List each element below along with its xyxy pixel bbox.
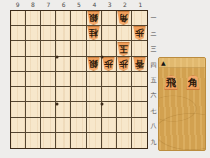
- board-cell[interactable]: [71, 118, 86, 133]
- board-cell[interactable]: [102, 87, 117, 102]
- board-cell[interactable]: [102, 118, 117, 133]
- board-cell[interactable]: [26, 102, 41, 117]
- shogi-piece-gote[interactable]: 角: [117, 11, 130, 25]
- board-cell[interactable]: [132, 102, 147, 117]
- board-cell[interactable]: [26, 87, 41, 102]
- board-cell[interactable]: 桂: [87, 26, 102, 41]
- board-cell[interactable]: [56, 133, 71, 148]
- board-cell[interactable]: [71, 87, 86, 102]
- board-cell[interactable]: [102, 133, 117, 148]
- hand-piece[interactable]: 角: [186, 75, 200, 90]
- board-cell[interactable]: [41, 72, 56, 87]
- file-label: 9: [10, 1, 25, 9]
- board-cell[interactable]: 銀: [87, 57, 102, 72]
- board-cell[interactable]: [56, 57, 71, 72]
- board-cell[interactable]: [87, 102, 102, 117]
- board-grid: 銀角桂歩玉銀歩歩香: [11, 11, 147, 148]
- board-cell[interactable]: [132, 87, 147, 102]
- board-cell[interactable]: [11, 72, 26, 87]
- star-point: [101, 102, 104, 105]
- board-cell[interactable]: [41, 11, 56, 26]
- file-labels: 987654321: [10, 1, 148, 9]
- board-cell[interactable]: [56, 41, 71, 56]
- sente-marker: ▲: [161, 58, 166, 67]
- board-cell[interactable]: [71, 72, 86, 87]
- board-cell[interactable]: [56, 26, 71, 41]
- komadai-top-edge: ▲: [159, 58, 205, 68]
- star-point: [56, 102, 59, 105]
- rank-label: 八: [149, 119, 158, 134]
- board-cell[interactable]: [26, 72, 41, 87]
- komadai-sente: ▲ 飛角: [158, 57, 206, 151]
- shogi-board: 銀角桂歩玉銀歩歩香: [10, 10, 148, 149]
- board-cell[interactable]: [102, 26, 117, 41]
- rank-label: 七: [149, 104, 158, 119]
- board-cell[interactable]: 歩: [117, 57, 132, 72]
- star-point: [101, 56, 104, 59]
- board-cell[interactable]: [56, 72, 71, 87]
- board-cell[interactable]: [11, 41, 26, 56]
- board-cell[interactable]: [41, 41, 56, 56]
- board-cell[interactable]: [117, 26, 132, 41]
- board-cell[interactable]: [26, 26, 41, 41]
- rank-labels: 一二三四五六七八九: [149, 11, 158, 150]
- board-cell[interactable]: [87, 118, 102, 133]
- hand-piece[interactable]: 飛: [164, 75, 178, 90]
- board-cell[interactable]: [117, 102, 132, 117]
- board-cell[interactable]: [87, 87, 102, 102]
- board-cell[interactable]: 玉: [117, 41, 132, 56]
- shogi-piece-gote[interactable]: 歩: [117, 57, 130, 71]
- rank-label: 二: [149, 26, 158, 41]
- board-cell[interactable]: [71, 11, 86, 26]
- board-cell[interactable]: [132, 133, 147, 148]
- board-cell[interactable]: [41, 87, 56, 102]
- board-cell[interactable]: [11, 57, 26, 72]
- shogi-piece-gote[interactable]: 玉: [117, 42, 130, 56]
- shogi-piece-gote[interactable]: 歩: [133, 26, 146, 40]
- board-cell[interactable]: [132, 72, 147, 87]
- board-cell[interactable]: [117, 133, 132, 148]
- board-cell[interactable]: [87, 41, 102, 56]
- file-label: 7: [41, 1, 56, 9]
- sente-hand: 飛角: [159, 75, 205, 90]
- board-cell[interactable]: [71, 102, 86, 117]
- board-cell[interactable]: [71, 133, 86, 148]
- shogi-piece-gote[interactable]: 香: [133, 57, 146, 71]
- file-label: 6: [56, 1, 71, 9]
- rank-label: 一: [149, 11, 158, 26]
- board-cell[interactable]: [117, 87, 132, 102]
- board-cell[interactable]: [11, 118, 26, 133]
- rank-label: 四: [149, 57, 158, 72]
- board-cell[interactable]: [71, 57, 86, 72]
- board-cell[interactable]: [87, 72, 102, 87]
- board-cell[interactable]: [11, 87, 26, 102]
- board-cell[interactable]: [102, 11, 117, 26]
- board-cell[interactable]: [11, 133, 26, 148]
- board-cell[interactable]: [132, 41, 147, 56]
- board-cell[interactable]: [26, 118, 41, 133]
- shogi-piece-gote[interactable]: 銀: [87, 57, 100, 71]
- board-cell[interactable]: [26, 41, 41, 56]
- rank-label: 六: [149, 88, 158, 103]
- rank-label: 九: [149, 135, 158, 150]
- file-label: 3: [102, 1, 117, 9]
- board-cell[interactable]: [11, 11, 26, 26]
- board-cell[interactable]: [41, 118, 56, 133]
- board-cell[interactable]: [132, 118, 147, 133]
- board-cell[interactable]: [11, 102, 26, 117]
- file-label: 2: [117, 1, 132, 9]
- board-cell[interactable]: [71, 26, 86, 41]
- board-cell[interactable]: [26, 11, 41, 26]
- board-cell[interactable]: [102, 72, 117, 87]
- board-cell[interactable]: [26, 57, 41, 72]
- file-label: 8: [25, 1, 40, 9]
- file-label: 5: [71, 1, 86, 9]
- board-cell[interactable]: [71, 41, 86, 56]
- rank-label: 五: [149, 73, 158, 88]
- board-cell[interactable]: [56, 102, 71, 117]
- board-cell[interactable]: 角: [117, 11, 132, 26]
- rank-label: 三: [149, 42, 158, 57]
- board-cell[interactable]: [26, 133, 41, 148]
- board-cell[interactable]: 香: [132, 57, 147, 72]
- board-cell[interactable]: [117, 72, 132, 87]
- board-cell[interactable]: [41, 102, 56, 117]
- board-cell[interactable]: [41, 133, 56, 148]
- board-cell[interactable]: [132, 11, 147, 26]
- file-label: 1: [133, 1, 148, 9]
- board-cell[interactable]: [41, 26, 56, 41]
- board-cell[interactable]: [11, 26, 26, 41]
- board-cell[interactable]: [56, 11, 71, 26]
- board-cell[interactable]: [41, 57, 56, 72]
- shogi-piece-gote[interactable]: 銀: [87, 11, 100, 25]
- board-cell[interactable]: [102, 41, 117, 56]
- board-cell[interactable]: [102, 102, 117, 117]
- star-point: [56, 56, 59, 59]
- board-cell[interactable]: [117, 118, 132, 133]
- shogi-piece-gote[interactable]: 桂: [87, 26, 100, 40]
- shogi-piece-gote[interactable]: 歩: [102, 57, 115, 71]
- board-cell[interactable]: 銀: [87, 11, 102, 26]
- file-label: 4: [87, 1, 102, 9]
- board-cell[interactable]: 歩: [102, 57, 117, 72]
- shogi-diagram: 987654321 一二三四五六七八九 銀角桂歩玉銀歩歩香 ▲ 飛角: [0, 0, 210, 158]
- board-cell[interactable]: 歩: [132, 26, 147, 41]
- board-cell[interactable]: [87, 133, 102, 148]
- board-cell[interactable]: [56, 118, 71, 133]
- board-cell[interactable]: [56, 87, 71, 102]
